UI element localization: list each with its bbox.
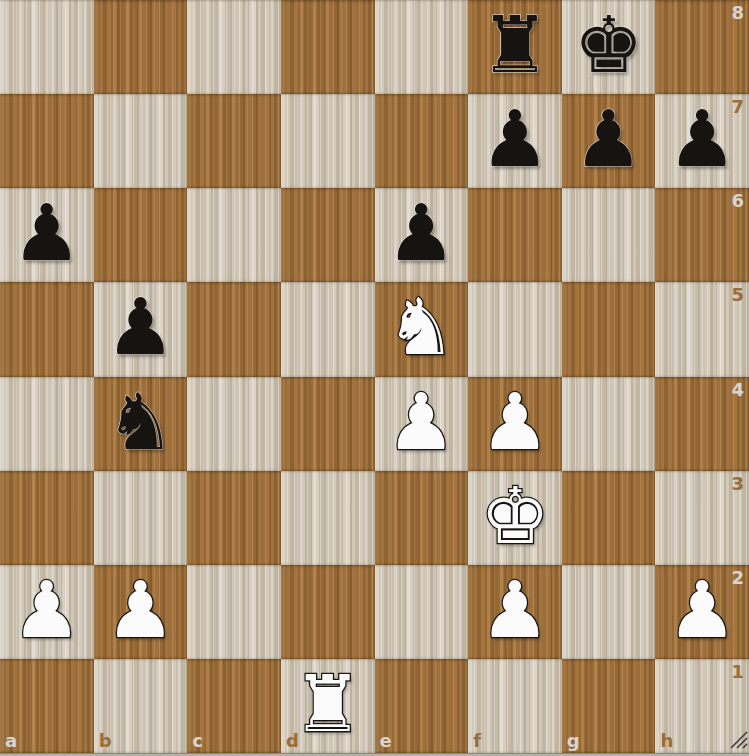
black-pawn-e6[interactable]: ♟ — [386, 194, 456, 272]
rank-label-3: 3 — [731, 475, 744, 493]
file-label-e: e — [380, 732, 392, 750]
white-pawn-f2[interactable]: ♟ — [480, 571, 550, 649]
square-h5[interactable]: 5 — [655, 282, 749, 376]
square-g2[interactable] — [562, 565, 656, 659]
square-f8[interactable]: ♜ — [468, 0, 562, 94]
white-king-f3[interactable]: ♚ — [480, 477, 550, 555]
square-b6[interactable] — [94, 188, 188, 282]
square-h3[interactable]: 3 — [655, 471, 749, 565]
square-e1[interactable]: e — [375, 659, 469, 753]
black-pawn-f7[interactable]: ♟ — [480, 100, 550, 178]
square-h8[interactable]: 8 — [655, 0, 749, 94]
file-label-c: c — [192, 732, 203, 750]
square-h7[interactable]: ♟7 — [655, 94, 749, 188]
rank-label-4: 4 — [731, 381, 744, 399]
square-e3[interactable] — [375, 471, 469, 565]
square-f5[interactable] — [468, 282, 562, 376]
square-a8[interactable] — [0, 0, 94, 94]
square-d4[interactable] — [281, 377, 375, 471]
square-c5[interactable] — [187, 282, 281, 376]
square-e6[interactable]: ♟ — [375, 188, 469, 282]
square-a6[interactable]: ♟ — [0, 188, 94, 282]
square-g6[interactable] — [562, 188, 656, 282]
square-e5[interactable]: ♞ — [375, 282, 469, 376]
square-c3[interactable] — [187, 471, 281, 565]
white-pawn-h2[interactable]: ♟ — [667, 571, 737, 649]
square-f7[interactable]: ♟ — [468, 94, 562, 188]
square-d1[interactable]: ♜d — [281, 659, 375, 753]
black-king-g8[interactable]: ♚ — [574, 6, 644, 84]
square-f2[interactable]: ♟ — [468, 565, 562, 659]
square-f3[interactable]: ♚ — [468, 471, 562, 565]
file-label-f: f — [473, 732, 481, 750]
square-g3[interactable] — [562, 471, 656, 565]
square-e7[interactable] — [375, 94, 469, 188]
square-g7[interactable]: ♟ — [562, 94, 656, 188]
square-a2[interactable]: ♟ — [0, 565, 94, 659]
square-f4[interactable]: ♟ — [468, 377, 562, 471]
square-e2[interactable] — [375, 565, 469, 659]
square-d7[interactable] — [281, 94, 375, 188]
square-d2[interactable] — [281, 565, 375, 659]
chess-board: ♜♚8♟♟♟7♟♟6♟♞5♞♟♟4♚3♟♟♟♟2abc♜defg1h — [0, 0, 749, 753]
square-c2[interactable] — [187, 565, 281, 659]
white-pawn-f4[interactable]: ♟ — [480, 383, 550, 461]
square-f1[interactable]: f — [468, 659, 562, 753]
square-d8[interactable] — [281, 0, 375, 94]
square-e8[interactable] — [375, 0, 469, 94]
square-c1[interactable]: c — [187, 659, 281, 753]
black-knight-b4[interactable]: ♞ — [105, 383, 175, 461]
square-a3[interactable] — [0, 471, 94, 565]
square-a4[interactable] — [0, 377, 94, 471]
square-b5[interactable]: ♟ — [94, 282, 188, 376]
square-e4[interactable]: ♟ — [375, 377, 469, 471]
square-a7[interactable] — [0, 94, 94, 188]
square-g8[interactable]: ♚ — [562, 0, 656, 94]
square-d3[interactable] — [281, 471, 375, 565]
square-b1[interactable]: b — [94, 659, 188, 753]
file-label-b: b — [99, 732, 112, 750]
square-h2[interactable]: ♟2 — [655, 565, 749, 659]
black-pawn-g7[interactable]: ♟ — [574, 100, 644, 178]
square-a5[interactable] — [0, 282, 94, 376]
square-d6[interactable] — [281, 188, 375, 282]
square-c7[interactable] — [187, 94, 281, 188]
rank-label-1: 1 — [731, 663, 744, 681]
square-d5[interactable] — [281, 282, 375, 376]
file-label-g: g — [567, 732, 580, 750]
white-knight-e5[interactable]: ♞ — [386, 288, 456, 366]
rank-label-8: 8 — [731, 4, 744, 22]
square-a1[interactable]: a — [0, 659, 94, 753]
square-h6[interactable]: 6 — [655, 188, 749, 282]
black-rook-f8[interactable]: ♜ — [480, 6, 550, 84]
square-b2[interactable]: ♟ — [94, 565, 188, 659]
white-pawn-a2[interactable]: ♟ — [12, 571, 82, 649]
square-f6[interactable] — [468, 188, 562, 282]
white-pawn-e4[interactable]: ♟ — [386, 383, 456, 461]
white-rook-d1[interactable]: ♜ — [293, 665, 363, 743]
rank-label-5: 5 — [731, 286, 744, 304]
square-h4[interactable]: 4 — [655, 377, 749, 471]
black-pawn-b5[interactable]: ♟ — [105, 288, 175, 366]
black-pawn-h7[interactable]: ♟ — [667, 100, 737, 178]
file-label-h: h — [660, 732, 673, 750]
square-b3[interactable] — [94, 471, 188, 565]
square-g4[interactable] — [562, 377, 656, 471]
white-pawn-b2[interactable]: ♟ — [105, 571, 175, 649]
black-pawn-a6[interactable]: ♟ — [12, 194, 82, 272]
square-c6[interactable] — [187, 188, 281, 282]
square-b8[interactable] — [94, 0, 188, 94]
board-resize-handle-icon[interactable] — [726, 727, 748, 749]
square-b7[interactable] — [94, 94, 188, 188]
square-c4[interactable] — [187, 377, 281, 471]
square-b4[interactable]: ♞ — [94, 377, 188, 471]
square-g5[interactable] — [562, 282, 656, 376]
file-label-a: a — [5, 732, 17, 750]
square-c8[interactable] — [187, 0, 281, 94]
square-g1[interactable]: g — [562, 659, 656, 753]
rank-label-6: 6 — [731, 192, 744, 210]
